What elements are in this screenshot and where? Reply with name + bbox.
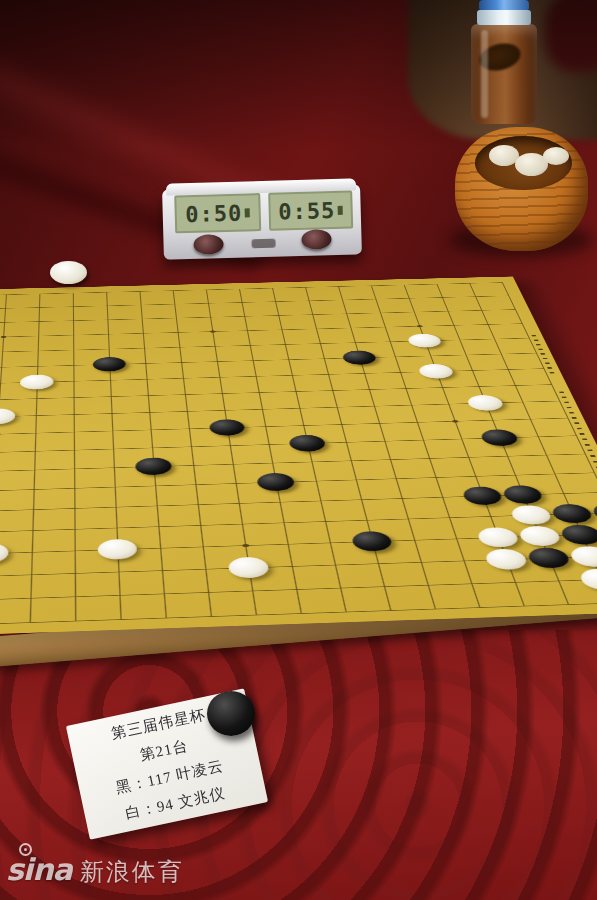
grid-line-h	[0, 309, 515, 325]
black-stone	[350, 531, 394, 552]
grid-line-h	[0, 296, 508, 312]
clock-left-display: 0:50	[174, 193, 261, 233]
clock-right-time: 0:55	[278, 197, 336, 224]
white-stone	[475, 527, 520, 548]
white-stone-in-bowl	[543, 147, 569, 165]
white-stone	[227, 557, 269, 579]
watermark-text: 新浪体育	[80, 856, 184, 888]
grid-line-h	[0, 338, 529, 355]
tea-bottle	[467, 0, 541, 126]
clock-right-display: 0:55	[268, 190, 353, 230]
white-stone	[406, 334, 443, 348]
bottle-neck	[477, 10, 531, 25]
white-stone	[98, 539, 138, 560]
game-clock: 0:50 0:55	[162, 178, 362, 265]
black-stone	[209, 419, 246, 436]
black-stone	[549, 504, 595, 524]
sina-logo: sina	[6, 852, 72, 887]
grid-line-h	[0, 282, 502, 297]
grid-line-v	[139, 291, 167, 617]
grid-line-v	[30, 294, 41, 623]
bottle-cap	[479, 0, 529, 10]
grid-line-h	[0, 454, 585, 475]
white-stone	[417, 364, 455, 379]
star-point	[242, 544, 249, 548]
black-stone	[501, 485, 545, 504]
star-point	[210, 330, 216, 332]
grid-line-v	[106, 292, 122, 619]
grid-line-h	[0, 368, 544, 386]
white-stone	[517, 526, 563, 547]
star-point	[417, 325, 423, 327]
photo-scene: 0:50 0:55 第三届伟星杯 第21台 黑：117 叶凌云 白：94 文兆仪…	[0, 0, 597, 900]
star-point	[1, 336, 6, 338]
white-stone	[20, 374, 54, 390]
clock-left-mode-icon	[245, 208, 250, 217]
bottle-highlight	[481, 30, 488, 118]
clock-brand-mark	[251, 239, 275, 249]
white-stone-on-cloth	[50, 261, 87, 284]
black-stone-on-card	[207, 691, 255, 736]
black-stone	[288, 434, 327, 452]
black-stone	[525, 547, 572, 569]
white-stone	[0, 408, 15, 425]
black-stone	[558, 524, 597, 545]
grid-line-v	[173, 290, 212, 616]
black-stone	[93, 357, 126, 372]
grid-line-h	[0, 353, 536, 371]
black-stone	[256, 473, 296, 492]
white-stone	[465, 395, 505, 411]
black-stone	[479, 429, 520, 446]
black-stone	[461, 486, 504, 505]
grid-line-v	[73, 293, 77, 621]
white-stone	[568, 546, 597, 567]
clock-left-time: 0:50	[185, 200, 243, 227]
white-stone	[509, 505, 554, 525]
sina-eye-icon	[19, 843, 32, 856]
black-stone	[341, 350, 377, 365]
watermark: sina 新浪体育	[6, 852, 184, 888]
grid-line-h	[0, 323, 522, 339]
white-stone	[0, 543, 9, 564]
white-stone	[483, 549, 529, 571]
stone-bowl	[455, 127, 588, 255]
clock-right-mode-icon	[338, 205, 343, 214]
go-board	[0, 276, 597, 639]
star-point	[452, 420, 459, 423]
black-stone	[135, 457, 172, 475]
